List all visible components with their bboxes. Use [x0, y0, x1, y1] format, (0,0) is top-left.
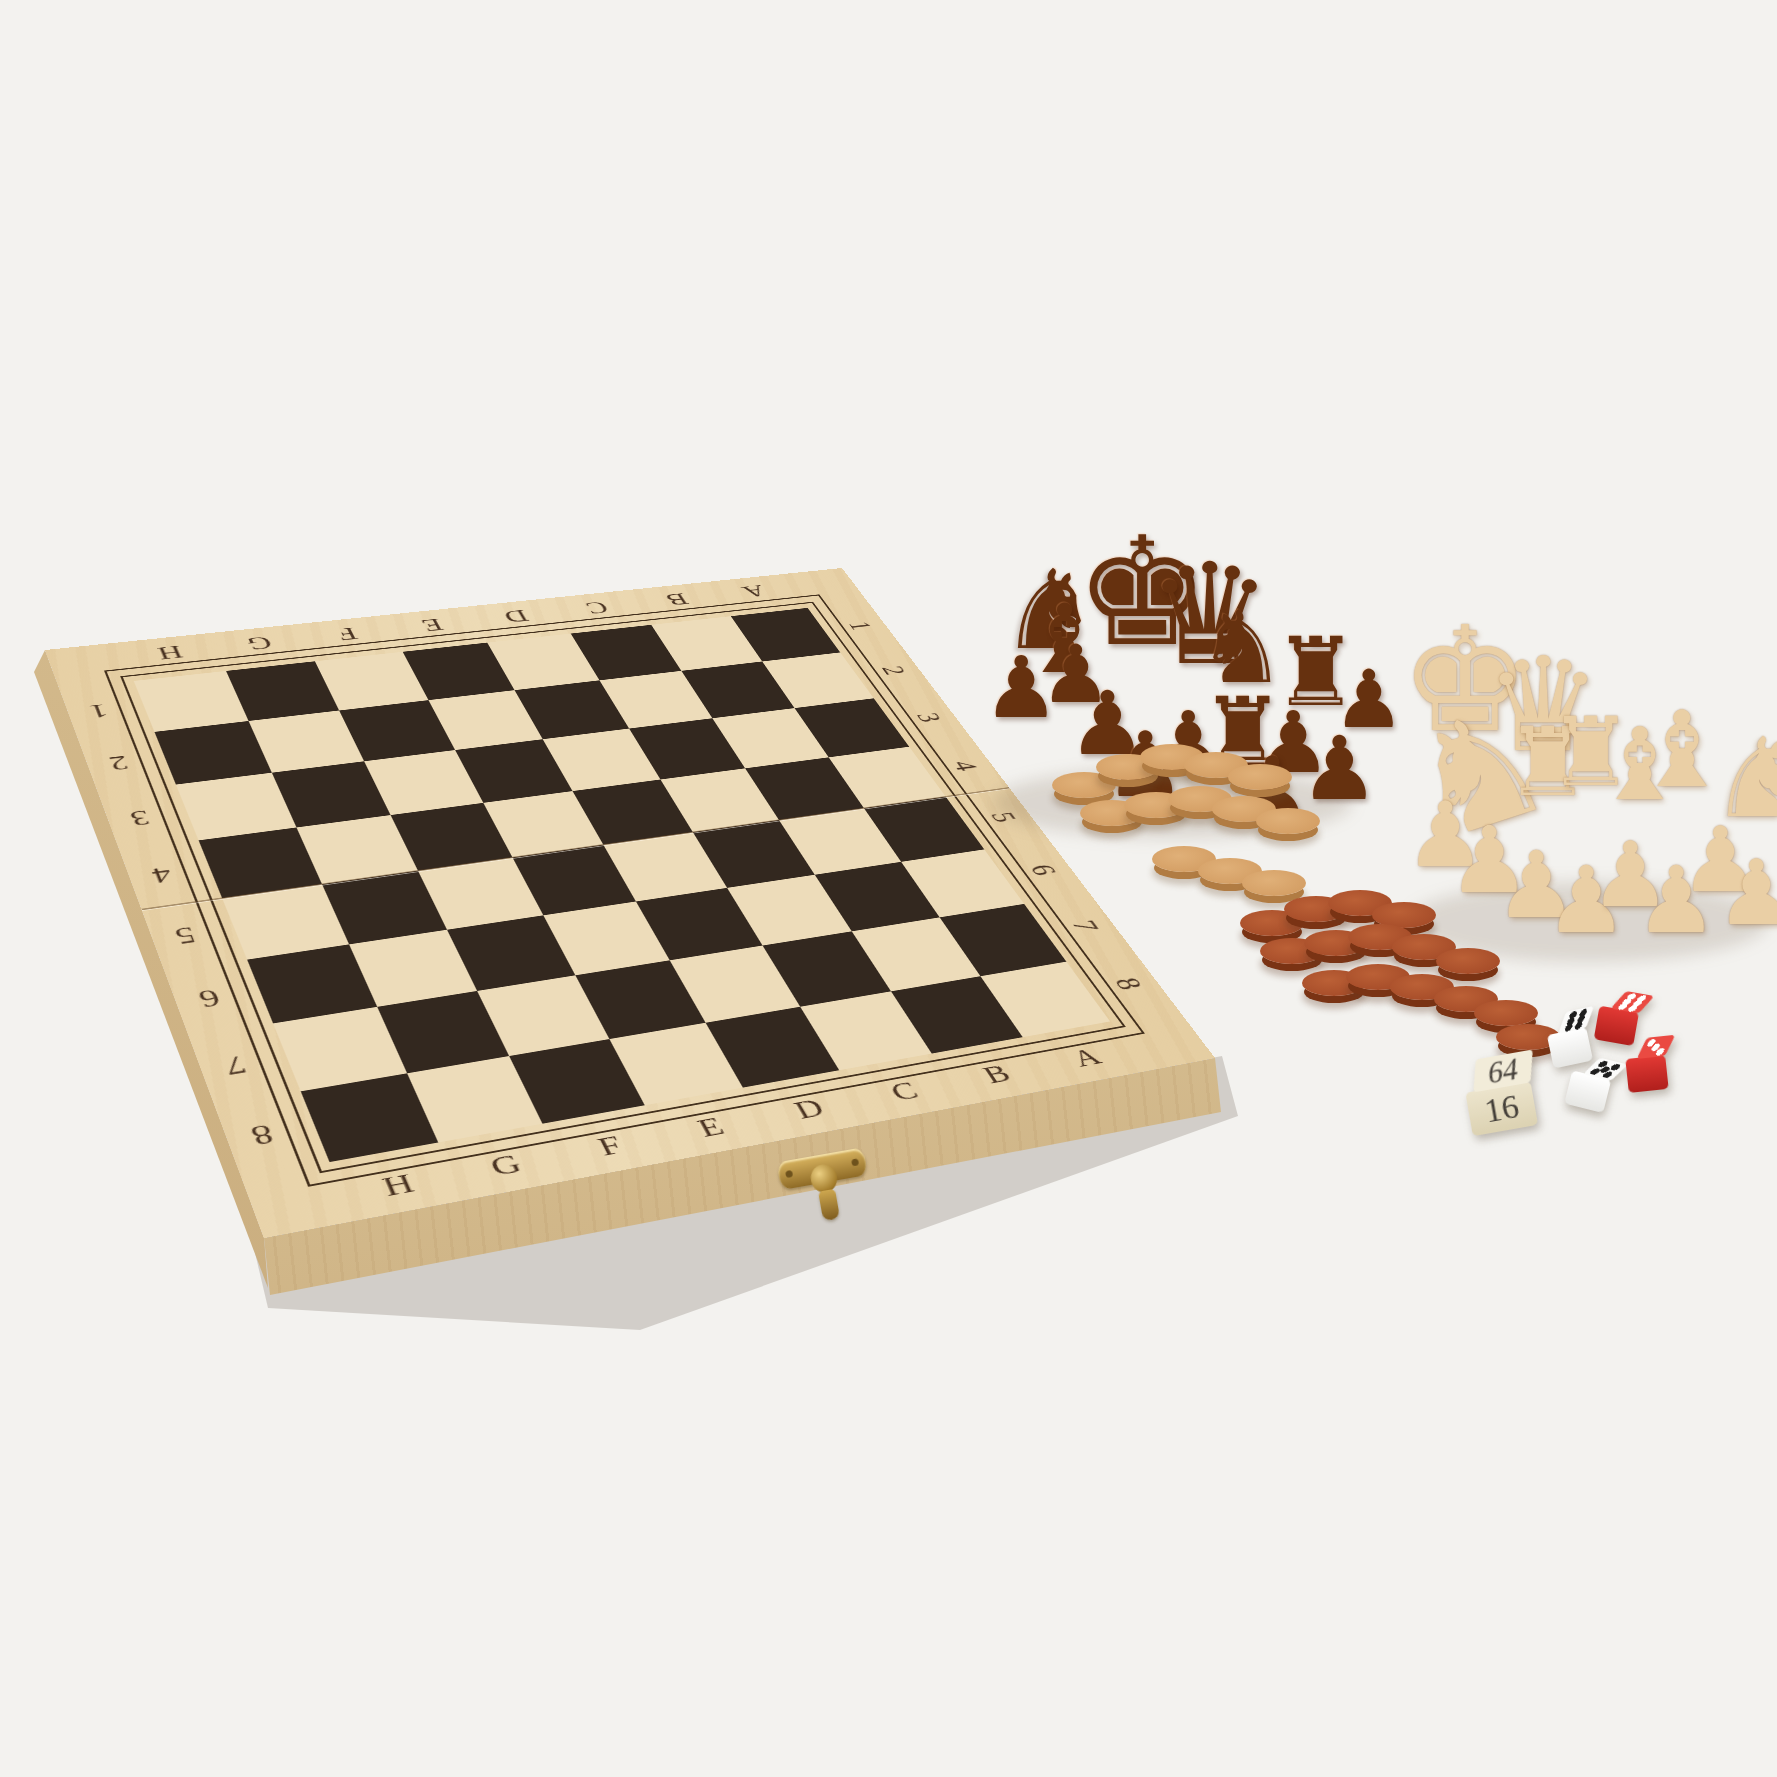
dark-checkers-stack — [1240, 888, 1540, 1073]
file-label-far-e: E — [418, 615, 447, 636]
file-label-near-f: F — [592, 1129, 627, 1162]
rank-label-left-1: 1 — [86, 700, 111, 723]
rank-label-left-5: 5 — [171, 922, 199, 950]
file-label-near-e: E — [692, 1111, 729, 1143]
rank-label-left-4: 4 — [148, 862, 175, 888]
file-label-far-c: C — [582, 598, 613, 618]
rank-label-right-2: 2 — [875, 665, 913, 677]
doubling-cube: 64 16 — [1460, 1051, 1538, 1136]
dark-checker — [1436, 948, 1500, 974]
dark-checker — [1474, 1000, 1538, 1026]
rank-label-right-7: 7 — [1064, 918, 1106, 934]
light-checker — [1256, 808, 1320, 834]
file-label-far-b: B — [661, 590, 692, 610]
rank-label-right-1: 1 — [842, 620, 879, 631]
dice-group — [1536, 982, 1716, 1132]
file-label-far-a: A — [738, 582, 770, 602]
file-label-near-d: D — [788, 1093, 829, 1125]
die-top-face — [1558, 1006, 1594, 1034]
file-label-near-b: B — [977, 1059, 1017, 1089]
file-label-far-f: F — [334, 624, 361, 645]
rank-label-left-8: 8 — [247, 1119, 278, 1152]
rank-label-left-7: 7 — [220, 1050, 250, 1081]
light-pawn: ♟ — [1716, 848, 1777, 938]
red-die-2 — [1594, 987, 1643, 1046]
red-die-4 — [1623, 1036, 1668, 1093]
brass-latch — [775, 1141, 880, 1240]
file-label-near-h: H — [377, 1167, 418, 1202]
file-label-far-g: G — [244, 632, 276, 654]
file-label-far-h: H — [154, 642, 186, 664]
file-label-far-d: D — [500, 606, 532, 627]
rank-label-right-8: 8 — [1107, 976, 1150, 993]
file-label-near-g: G — [485, 1148, 526, 1183]
rank-label-left-3: 3 — [127, 806, 154, 831]
file-label-near-c: C — [884, 1075, 924, 1106]
die-top-face — [1636, 1035, 1675, 1059]
product-photo: HH11GG22FF33EE44DD55CC66BB77AA88 ♞♝♚♛♞♜♟… — [0, 0, 1777, 1777]
die-front-face — [1625, 1055, 1668, 1093]
latch-hook-icon — [818, 1189, 840, 1221]
file-label-near-a: A — [1066, 1042, 1107, 1072]
light-checker — [1228, 764, 1292, 790]
rank-label-right-3: 3 — [910, 711, 948, 724]
rank-label-left-2: 2 — [106, 751, 132, 775]
rank-label-left-6: 6 — [195, 984, 224, 1013]
